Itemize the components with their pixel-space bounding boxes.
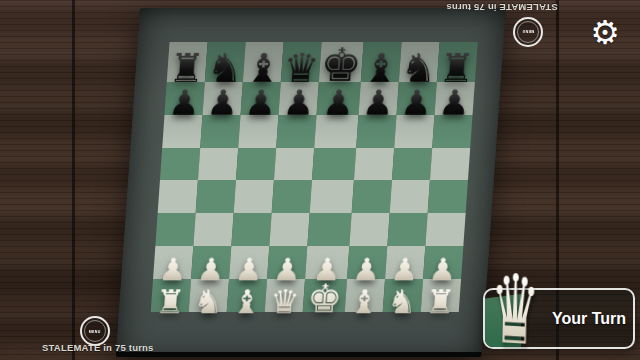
stalemate-counter-opponent: STALEMATE in 75 turns bbox=[444, 2, 560, 13]
square-g5[interactable] bbox=[392, 148, 432, 181]
square-c2[interactable]: ♟ bbox=[229, 246, 269, 279]
piece-bp-f7[interactable]: ♟ bbox=[361, 86, 395, 121]
piece-wb-f1[interactable]: ♝ bbox=[348, 285, 380, 318]
queen-pedestal bbox=[485, 294, 521, 349]
square-f1[interactable]: ♝ bbox=[344, 279, 384, 312]
piece-wp-g2[interactable]: ♟ bbox=[390, 254, 420, 285]
square-d2[interactable]: ♟ bbox=[267, 246, 307, 279]
piece-bp-d7[interactable]: ♟ bbox=[282, 86, 316, 121]
piece-bp-c7[interactable]: ♟ bbox=[244, 86, 278, 121]
piece-wn-g1[interactable]: ♞ bbox=[386, 285, 418, 318]
board-squares: ♜♞♝♛♚♝♞♜♟♟♟♟♟♟♟♟♟♟♟♟♟♟♟♟♜♞♝♛♚♝♞♜ bbox=[151, 42, 478, 312]
piece-bb-c8[interactable]: ♝ bbox=[244, 48, 283, 88]
square-e7[interactable]: ♟ bbox=[317, 82, 361, 115]
piece-wr-h1[interactable]: ♜ bbox=[424, 285, 456, 318]
square-e3[interactable] bbox=[308, 213, 352, 246]
square-b7[interactable]: ♟ bbox=[203, 82, 243, 115]
square-a2[interactable]: ♟ bbox=[153, 246, 193, 279]
square-a7[interactable]: ♟ bbox=[165, 82, 205, 115]
square-e8[interactable]: ♚ bbox=[319, 42, 363, 82]
piece-wn-b1[interactable]: ♞ bbox=[193, 285, 225, 318]
square-h8[interactable]: ♜ bbox=[437, 42, 478, 82]
square-c4[interactable] bbox=[234, 180, 274, 213]
piece-bn-g8[interactable]: ♞ bbox=[399, 48, 438, 88]
piece-wp-b2[interactable]: ♟ bbox=[196, 254, 226, 285]
wood-plank-seam bbox=[72, 0, 75, 360]
square-c1[interactable]: ♝ bbox=[227, 279, 267, 312]
square-b8[interactable]: ♞ bbox=[205, 42, 246, 82]
square-g1[interactable]: ♞ bbox=[383, 279, 423, 312]
menu-button-label: MENU bbox=[522, 30, 534, 35]
piece-bb-f8[interactable]: ♝ bbox=[361, 48, 400, 88]
square-e4[interactable] bbox=[310, 180, 354, 213]
square-f4[interactable] bbox=[351, 180, 391, 213]
square-a4[interactable] bbox=[158, 180, 198, 213]
piece-wk-e1[interactable]: ♚ bbox=[306, 279, 344, 318]
square-d3[interactable] bbox=[270, 213, 310, 246]
piece-wp-d2[interactable]: ♟ bbox=[272, 254, 302, 285]
piece-bp-h7[interactable]: ♟ bbox=[437, 86, 471, 121]
piece-bp-a7[interactable]: ♟ bbox=[167, 86, 201, 121]
square-f5[interactable] bbox=[354, 148, 394, 181]
square-h7[interactable]: ♟ bbox=[434, 82, 474, 115]
square-e5[interactable] bbox=[312, 148, 356, 181]
square-g8[interactable]: ♞ bbox=[399, 42, 440, 82]
chess-board: ♜♞♝♛♚♝♞♜♟♟♟♟♟♟♟♟♟♟♟♟♟♟♟♟♜♞♝♛♚♝♞♜ bbox=[116, 8, 506, 357]
square-d7[interactable]: ♟ bbox=[279, 82, 319, 115]
square-a5[interactable] bbox=[160, 148, 200, 181]
stalemate-counter-player: STALEMATE in 75 turns bbox=[42, 342, 154, 353]
piece-bn-b8[interactable]: ♞ bbox=[206, 48, 245, 88]
square-f8[interactable]: ♝ bbox=[360, 42, 401, 82]
square-b1[interactable]: ♞ bbox=[189, 279, 229, 312]
square-f2[interactable]: ♟ bbox=[347, 246, 387, 279]
square-b4[interactable] bbox=[196, 180, 236, 213]
square-g4[interactable] bbox=[389, 180, 429, 213]
square-g2[interactable]: ♟ bbox=[385, 246, 425, 279]
square-h3[interactable] bbox=[425, 213, 465, 246]
square-d8[interactable]: ♛ bbox=[281, 42, 322, 82]
piece-bp-b7[interactable]: ♟ bbox=[206, 86, 240, 121]
menu-button-label: MENU bbox=[89, 329, 101, 334]
square-e2[interactable]: ♟ bbox=[305, 246, 349, 279]
square-b2[interactable]: ♟ bbox=[191, 246, 231, 279]
piece-wq-d1[interactable]: ♛ bbox=[269, 285, 301, 318]
piece-wp-f2[interactable]: ♟ bbox=[351, 254, 381, 285]
square-h1[interactable]: ♜ bbox=[421, 279, 461, 312]
square-h5[interactable] bbox=[430, 148, 470, 181]
piece-br-a8[interactable]: ♜ bbox=[168, 48, 207, 88]
square-d1[interactable]: ♛ bbox=[265, 279, 305, 312]
square-a8[interactable]: ♜ bbox=[167, 42, 208, 82]
square-g3[interactable] bbox=[387, 213, 427, 246]
game-screen: { "game": "chess", "position": "rnbqkbnr… bbox=[0, 0, 640, 360]
square-c8[interactable]: ♝ bbox=[243, 42, 284, 82]
turn-indicator: Your Turn bbox=[483, 288, 635, 349]
square-h4[interactable] bbox=[428, 180, 468, 213]
piece-wr-a1[interactable]: ♜ bbox=[155, 285, 187, 318]
gear-icon: ⚙ bbox=[590, 16, 620, 49]
square-e1[interactable]: ♚ bbox=[303, 279, 347, 312]
piece-bk-e8[interactable]: ♚ bbox=[319, 42, 363, 88]
square-c3[interactable] bbox=[232, 213, 272, 246]
piece-wb-c1[interactable]: ♝ bbox=[231, 285, 263, 318]
piece-wp-h2[interactable]: ♟ bbox=[428, 254, 458, 285]
piece-bq-d8[interactable]: ♛ bbox=[282, 48, 321, 88]
square-d4[interactable] bbox=[272, 180, 312, 213]
square-g7[interactable]: ♟ bbox=[396, 82, 436, 115]
piece-bp-g7[interactable]: ♟ bbox=[399, 86, 433, 121]
square-a3[interactable] bbox=[155, 213, 195, 246]
square-f3[interactable] bbox=[349, 213, 389, 246]
piece-bp-e7[interactable]: ♟ bbox=[321, 86, 355, 121]
square-b5[interactable] bbox=[198, 148, 238, 181]
turn-indicator-label: Your Turn bbox=[549, 290, 629, 347]
square-c7[interactable]: ♟ bbox=[241, 82, 281, 115]
settings-button[interactable]: ⚙ bbox=[586, 13, 624, 51]
square-f7[interactable]: ♟ bbox=[358, 82, 398, 115]
square-a1[interactable]: ♜ bbox=[151, 279, 191, 312]
piece-wp-c2[interactable]: ♟ bbox=[234, 254, 264, 285]
square-b3[interactable] bbox=[193, 213, 233, 246]
square-d5[interactable] bbox=[274, 148, 314, 181]
piece-wp-a2[interactable]: ♟ bbox=[158, 254, 188, 285]
menu-button-opponent[interactable]: MENU bbox=[513, 17, 543, 47]
square-c5[interactable] bbox=[236, 148, 276, 181]
square-h2[interactable]: ♟ bbox=[423, 246, 463, 279]
piece-br-h8[interactable]: ♜ bbox=[437, 48, 476, 88]
